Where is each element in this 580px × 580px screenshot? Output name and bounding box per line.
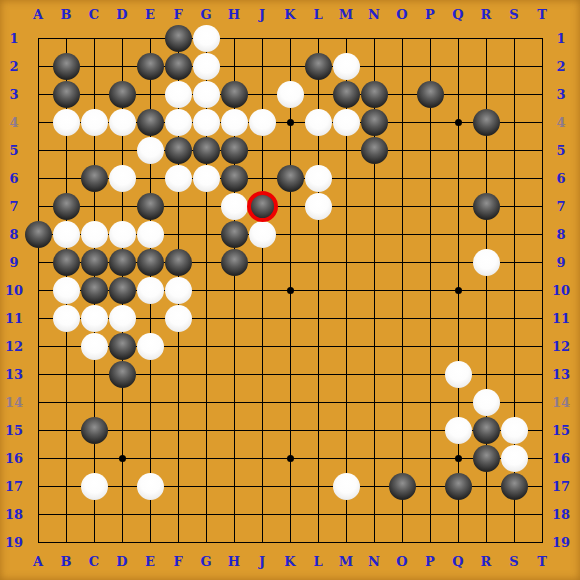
black-stone-B7 bbox=[53, 193, 80, 220]
col-label-top-E: E bbox=[145, 8, 155, 21]
row-label-right-9: 9 bbox=[556, 256, 565, 269]
row-label-right-15: 15 bbox=[552, 424, 570, 437]
row-label-left-12: 12 bbox=[5, 340, 23, 353]
black-stone-C10 bbox=[81, 277, 108, 304]
white-stone-B11 bbox=[53, 305, 80, 332]
col-label-bottom-B: B bbox=[61, 555, 72, 568]
row-label-left-6: 6 bbox=[9, 172, 18, 185]
white-stone-F11 bbox=[165, 305, 192, 332]
black-stone-N5 bbox=[361, 137, 388, 164]
black-stone-N3 bbox=[361, 81, 388, 108]
black-stone-H8 bbox=[221, 221, 248, 248]
col-label-top-L: L bbox=[313, 8, 322, 21]
white-stone-B4 bbox=[53, 109, 80, 136]
white-stone-E12 bbox=[137, 333, 164, 360]
white-stone-C11 bbox=[81, 305, 108, 332]
col-label-top-J: J bbox=[259, 8, 265, 21]
white-stone-S16 bbox=[501, 445, 528, 472]
row-label-right-6: 6 bbox=[556, 172, 565, 185]
row-label-right-19: 19 bbox=[552, 536, 570, 549]
col-label-bottom-R: R bbox=[481, 555, 492, 568]
white-stone-L6 bbox=[305, 165, 332, 192]
star-point-Q4 bbox=[455, 119, 462, 126]
white-stone-R9 bbox=[473, 249, 500, 276]
white-stone-H4 bbox=[221, 109, 248, 136]
row-label-left-17: 17 bbox=[5, 480, 23, 493]
black-stone-L2 bbox=[305, 53, 332, 80]
row-label-right-2: 2 bbox=[556, 60, 565, 73]
row-label-left-16: 16 bbox=[5, 452, 23, 465]
col-label-top-B: B bbox=[61, 8, 72, 21]
col-label-bottom-F: F bbox=[173, 555, 182, 568]
black-stone-D3 bbox=[109, 81, 136, 108]
col-label-bottom-C: C bbox=[89, 555, 99, 568]
go-board[interactable]: AABBCCDDEEFFGGHHJJKKLLMMNNOOPPQQRRSSTT11… bbox=[0, 0, 580, 580]
white-stone-G4 bbox=[193, 109, 220, 136]
white-stone-F10 bbox=[165, 277, 192, 304]
white-stone-M17 bbox=[333, 473, 360, 500]
black-stone-R4 bbox=[473, 109, 500, 136]
black-stone-K6 bbox=[277, 165, 304, 192]
white-stone-E10 bbox=[137, 277, 164, 304]
row-label-left-2: 2 bbox=[9, 60, 18, 73]
black-stone-F5 bbox=[165, 137, 192, 164]
row-label-left-3: 3 bbox=[9, 88, 18, 101]
row-label-right-10: 10 bbox=[552, 284, 570, 297]
white-stone-B8 bbox=[53, 221, 80, 248]
black-stone-F2 bbox=[165, 53, 192, 80]
col-label-bottom-G: G bbox=[200, 555, 211, 568]
col-label-top-D: D bbox=[116, 8, 127, 21]
row-label-right-1: 1 bbox=[556, 32, 565, 45]
col-label-top-M: M bbox=[339, 8, 353, 21]
white-stone-G6 bbox=[193, 165, 220, 192]
black-stone-B9 bbox=[53, 249, 80, 276]
black-stone-R16 bbox=[473, 445, 500, 472]
col-label-bottom-T: T bbox=[537, 555, 547, 568]
col-label-top-O: O bbox=[396, 8, 407, 21]
row-label-left-5: 5 bbox=[9, 144, 18, 157]
row-label-left-19: 19 bbox=[5, 536, 23, 549]
black-stone-E9 bbox=[137, 249, 164, 276]
black-stone-H5 bbox=[221, 137, 248, 164]
col-label-top-K: K bbox=[284, 8, 295, 21]
row-label-left-9: 9 bbox=[9, 256, 18, 269]
black-stone-B3 bbox=[53, 81, 80, 108]
black-stone-B2 bbox=[53, 53, 80, 80]
col-label-top-F: F bbox=[173, 8, 182, 21]
white-stone-B10 bbox=[53, 277, 80, 304]
black-stone-N4 bbox=[361, 109, 388, 136]
row-label-right-5: 5 bbox=[556, 144, 565, 157]
col-label-bottom-P: P bbox=[425, 555, 435, 568]
white-stone-L7 bbox=[305, 193, 332, 220]
row-label-left-11: 11 bbox=[5, 312, 23, 325]
white-stone-G1 bbox=[193, 25, 220, 52]
white-stone-S15 bbox=[501, 417, 528, 444]
white-stone-J8 bbox=[249, 221, 276, 248]
row-label-right-3: 3 bbox=[556, 88, 565, 101]
row-label-left-1: 1 bbox=[9, 32, 18, 45]
black-stone-H3 bbox=[221, 81, 248, 108]
row-label-left-18: 18 bbox=[5, 508, 23, 521]
row-label-right-16: 16 bbox=[552, 452, 570, 465]
white-stone-F4 bbox=[165, 109, 192, 136]
col-label-bottom-K: K bbox=[284, 555, 295, 568]
white-stone-C8 bbox=[81, 221, 108, 248]
white-stone-L4 bbox=[305, 109, 332, 136]
black-stone-D10 bbox=[109, 277, 136, 304]
white-stone-Q15 bbox=[445, 417, 472, 444]
col-label-bottom-S: S bbox=[509, 555, 518, 568]
black-stone-D13 bbox=[109, 361, 136, 388]
white-stone-M2 bbox=[333, 53, 360, 80]
col-label-bottom-J: J bbox=[259, 555, 265, 568]
col-label-bottom-H: H bbox=[228, 555, 240, 568]
row-label-left-7: 7 bbox=[9, 200, 18, 213]
black-stone-C9 bbox=[81, 249, 108, 276]
white-stone-Q13 bbox=[445, 361, 472, 388]
black-stone-E2 bbox=[137, 53, 164, 80]
col-label-bottom-N: N bbox=[368, 555, 380, 568]
col-label-bottom-D: D bbox=[116, 555, 127, 568]
white-stone-C4 bbox=[81, 109, 108, 136]
white-stone-C17 bbox=[81, 473, 108, 500]
white-stone-J4 bbox=[249, 109, 276, 136]
black-stone-E4 bbox=[137, 109, 164, 136]
last-move-marker-J7 bbox=[247, 191, 278, 222]
row-label-right-14: 14 bbox=[552, 396, 570, 409]
white-stone-R14 bbox=[473, 389, 500, 416]
black-stone-O17 bbox=[389, 473, 416, 500]
white-stone-M4 bbox=[333, 109, 360, 136]
white-stone-H7 bbox=[221, 193, 248, 220]
star-point-Q16 bbox=[455, 455, 462, 462]
row-label-right-12: 12 bbox=[552, 340, 570, 353]
row-label-left-4: 4 bbox=[9, 116, 18, 129]
col-label-top-C: C bbox=[89, 8, 99, 21]
white-stone-F3 bbox=[165, 81, 192, 108]
row-label-left-8: 8 bbox=[9, 228, 18, 241]
row-label-right-18: 18 bbox=[552, 508, 570, 521]
black-stone-A8 bbox=[25, 221, 52, 248]
col-label-bottom-Q: Q bbox=[452, 555, 463, 568]
black-stone-R15 bbox=[473, 417, 500, 444]
black-stone-F1 bbox=[165, 25, 192, 52]
black-stone-H6 bbox=[221, 165, 248, 192]
white-stone-E5 bbox=[137, 137, 164, 164]
black-stone-R7 bbox=[473, 193, 500, 220]
row-label-left-13: 13 bbox=[5, 368, 23, 381]
col-label-top-Q: Q bbox=[452, 8, 463, 21]
star-point-K16 bbox=[287, 455, 294, 462]
col-label-bottom-A: A bbox=[33, 555, 43, 568]
row-label-right-11: 11 bbox=[552, 312, 570, 325]
row-label-left-15: 15 bbox=[5, 424, 23, 437]
star-point-D16 bbox=[119, 455, 126, 462]
white-stone-D6 bbox=[109, 165, 136, 192]
col-label-top-G: G bbox=[200, 8, 211, 21]
star-point-K10 bbox=[287, 287, 294, 294]
row-label-right-4: 4 bbox=[556, 116, 565, 129]
white-stone-G3 bbox=[193, 81, 220, 108]
row-label-right-17: 17 bbox=[552, 480, 570, 493]
col-label-bottom-M: M bbox=[339, 555, 353, 568]
black-stone-G5 bbox=[193, 137, 220, 164]
white-stone-D11 bbox=[109, 305, 136, 332]
col-label-bottom-O: O bbox=[396, 555, 407, 568]
row-label-right-13: 13 bbox=[552, 368, 570, 381]
black-stone-S17 bbox=[501, 473, 528, 500]
black-stone-Q17 bbox=[445, 473, 472, 500]
col-label-top-R: R bbox=[481, 8, 492, 21]
white-stone-E8 bbox=[137, 221, 164, 248]
star-point-K4 bbox=[287, 119, 294, 126]
row-label-right-7: 7 bbox=[556, 200, 565, 213]
black-stone-C6 bbox=[81, 165, 108, 192]
white-stone-C12 bbox=[81, 333, 108, 360]
col-label-top-A: A bbox=[33, 8, 43, 21]
col-label-top-T: T bbox=[537, 8, 547, 21]
black-stone-M3 bbox=[333, 81, 360, 108]
black-stone-E7 bbox=[137, 193, 164, 220]
white-stone-E17 bbox=[137, 473, 164, 500]
black-stone-P3 bbox=[417, 81, 444, 108]
col-label-bottom-L: L bbox=[313, 555, 322, 568]
white-stone-G2 bbox=[193, 53, 220, 80]
black-stone-C15 bbox=[81, 417, 108, 444]
black-stone-D9 bbox=[109, 249, 136, 276]
col-label-top-P: P bbox=[425, 8, 435, 21]
white-stone-D8 bbox=[109, 221, 136, 248]
white-stone-K3 bbox=[277, 81, 304, 108]
row-label-left-14: 14 bbox=[5, 396, 23, 409]
row-label-left-10: 10 bbox=[5, 284, 23, 297]
white-stone-F6 bbox=[165, 165, 192, 192]
col-label-bottom-E: E bbox=[145, 555, 155, 568]
black-stone-H9 bbox=[221, 249, 248, 276]
white-stone-D4 bbox=[109, 109, 136, 136]
black-stone-F9 bbox=[165, 249, 192, 276]
black-stone-D12 bbox=[109, 333, 136, 360]
row-label-right-8: 8 bbox=[556, 228, 565, 241]
star-point-Q10 bbox=[455, 287, 462, 294]
col-label-top-N: N bbox=[368, 8, 380, 21]
col-label-top-S: S bbox=[509, 8, 518, 21]
col-label-top-H: H bbox=[228, 8, 240, 21]
